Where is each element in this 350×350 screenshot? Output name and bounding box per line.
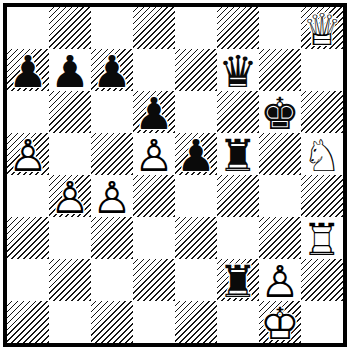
square-b3[interactable] (49, 217, 91, 259)
white-knight[interactable]: ♞♘ (301, 133, 343, 175)
square-c4[interactable]: ♟♙ (91, 175, 133, 217)
white-pawn[interactable]: ♟♙ (259, 259, 301, 301)
board-border: ♛♕♟♟♟♟♟♟♛♛♟♟♚♚♟♙♟♙♟♟♜♜♞♘♟♙♟♙♜♖♜♜♟♙♚♔ (3, 3, 347, 347)
square-g4[interactable] (259, 175, 301, 217)
square-g2[interactable]: ♟♙ (259, 259, 301, 301)
black-pawn[interactable]: ♟♟ (91, 49, 133, 91)
piece-glyph: ♜ (217, 261, 259, 303)
chess-diagram: ♛♕♟♟♟♟♟♟♛♛♟♟♚♚♟♙♟♙♟♟♜♜♞♘♟♙♟♙♜♖♜♜♟♙♚♔ (0, 0, 350, 350)
square-h6[interactable] (301, 91, 343, 133)
white-pawn[interactable]: ♟♙ (91, 175, 133, 217)
piece-glyph: ♕ (301, 9, 343, 51)
square-b7[interactable]: ♟♟ (49, 49, 91, 91)
piece-glyph: ♙ (7, 135, 49, 177)
white-pawn[interactable]: ♟♙ (7, 133, 49, 175)
chessboard: ♛♕♟♟♟♟♟♟♛♛♟♟♚♚♟♙♟♙♟♟♜♜♞♘♟♙♟♙♜♖♜♜♟♙♚♔ (7, 7, 343, 343)
square-c8[interactable] (91, 7, 133, 49)
piece-glyph: ♙ (49, 177, 91, 219)
square-b4[interactable]: ♟♙ (49, 175, 91, 217)
square-d7[interactable] (133, 49, 175, 91)
black-pawn[interactable]: ♟♟ (133, 91, 175, 133)
square-a2[interactable] (7, 259, 49, 301)
black-pawn[interactable]: ♟♟ (49, 49, 91, 91)
square-d2[interactable] (133, 259, 175, 301)
square-e5[interactable]: ♟♟ (175, 133, 217, 175)
square-b8[interactable] (49, 7, 91, 49)
square-h3[interactable]: ♜♖ (301, 217, 343, 259)
square-a1[interactable] (7, 301, 49, 343)
square-g1[interactable]: ♚♔ (259, 301, 301, 343)
square-e6[interactable] (175, 91, 217, 133)
white-queen[interactable]: ♛♕ (301, 7, 343, 49)
black-king[interactable]: ♚♚ (259, 91, 301, 133)
square-g7[interactable] (259, 49, 301, 91)
square-a6[interactable] (7, 91, 49, 133)
piece-glyph: ♖ (301, 219, 343, 261)
white-pawn[interactable]: ♟♙ (133, 133, 175, 175)
square-g5[interactable] (259, 133, 301, 175)
piece-glyph: ♟ (133, 93, 175, 135)
square-a3[interactable] (7, 217, 49, 259)
piece-glyph: ♘ (301, 135, 343, 177)
black-queen[interactable]: ♛♛ (217, 49, 259, 91)
square-d4[interactable] (133, 175, 175, 217)
square-g8[interactable] (259, 7, 301, 49)
square-e1[interactable] (175, 301, 217, 343)
piece-glyph: ♙ (91, 177, 133, 219)
square-h4[interactable] (301, 175, 343, 217)
square-b1[interactable] (49, 301, 91, 343)
black-rook[interactable]: ♜♜ (217, 259, 259, 301)
piece-glyph: ♟ (175, 135, 217, 177)
square-e3[interactable] (175, 217, 217, 259)
square-e2[interactable] (175, 259, 217, 301)
square-a7[interactable]: ♟♟ (7, 49, 49, 91)
square-f1[interactable] (217, 301, 259, 343)
square-c6[interactable] (91, 91, 133, 133)
square-f5[interactable]: ♜♜ (217, 133, 259, 175)
square-f8[interactable] (217, 7, 259, 49)
piece-glyph: ♔ (259, 303, 301, 345)
piece-glyph: ♛ (217, 51, 259, 93)
square-g6[interactable]: ♚♚ (259, 91, 301, 133)
square-c5[interactable] (91, 133, 133, 175)
square-c3[interactable] (91, 217, 133, 259)
square-a5[interactable]: ♟♙ (7, 133, 49, 175)
square-c1[interactable] (91, 301, 133, 343)
piece-glyph: ♙ (133, 135, 175, 177)
square-e8[interactable] (175, 7, 217, 49)
piece-glyph: ♜ (217, 135, 259, 177)
square-d3[interactable] (133, 217, 175, 259)
square-h7[interactable] (301, 49, 343, 91)
white-king[interactable]: ♚♔ (259, 301, 301, 343)
square-c7[interactable]: ♟♟ (91, 49, 133, 91)
piece-glyph: ♟ (49, 51, 91, 93)
square-d8[interactable] (133, 7, 175, 49)
square-a4[interactable] (7, 175, 49, 217)
square-h1[interactable] (301, 301, 343, 343)
black-pawn[interactable]: ♟♟ (7, 49, 49, 91)
square-f4[interactable] (217, 175, 259, 217)
piece-glyph: ♙ (259, 261, 301, 303)
square-d5[interactable]: ♟♙ (133, 133, 175, 175)
piece-glyph: ♟ (7, 51, 49, 93)
black-rook[interactable]: ♜♜ (217, 133, 259, 175)
square-f6[interactable] (217, 91, 259, 133)
square-b5[interactable] (49, 133, 91, 175)
square-e4[interactable] (175, 175, 217, 217)
square-b2[interactable] (49, 259, 91, 301)
square-f7[interactable]: ♛♛ (217, 49, 259, 91)
square-d1[interactable] (133, 301, 175, 343)
black-pawn[interactable]: ♟♟ (175, 133, 217, 175)
square-f2[interactable]: ♜♜ (217, 259, 259, 301)
piece-glyph: ♟ (91, 51, 133, 93)
square-e7[interactable] (175, 49, 217, 91)
white-rook[interactable]: ♜♖ (301, 217, 343, 259)
piece-glyph: ♚ (259, 93, 301, 135)
square-h8[interactable]: ♛♕ (301, 7, 343, 49)
square-b6[interactable] (49, 91, 91, 133)
square-f3[interactable] (217, 217, 259, 259)
square-d6[interactable]: ♟♟ (133, 91, 175, 133)
square-h5[interactable]: ♞♘ (301, 133, 343, 175)
square-a8[interactable] (7, 7, 49, 49)
square-g3[interactable] (259, 217, 301, 259)
white-pawn[interactable]: ♟♙ (49, 175, 91, 217)
square-h2[interactable] (301, 259, 343, 301)
square-c2[interactable] (91, 259, 133, 301)
